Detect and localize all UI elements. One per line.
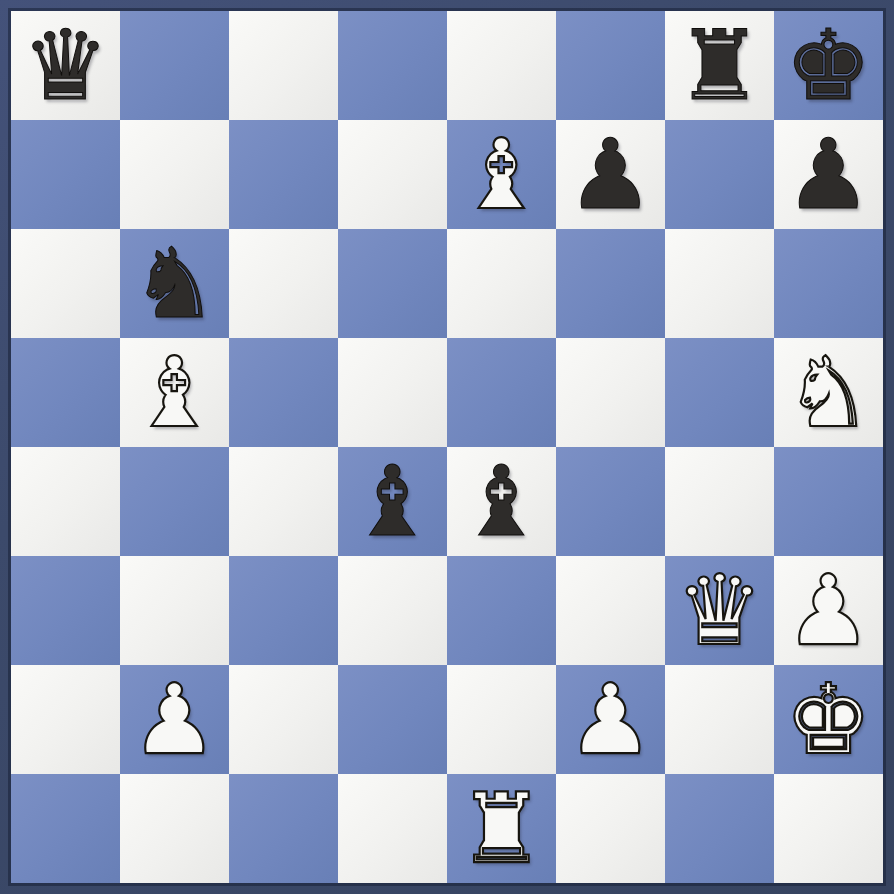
square-g1[interactable]	[665, 774, 774, 883]
square-h1[interactable]	[774, 774, 883, 883]
square-b6[interactable]: ♞	[120, 229, 229, 338]
square-c2[interactable]	[229, 665, 338, 774]
square-h8[interactable]: ♚	[774, 11, 883, 120]
square-b3[interactable]	[120, 556, 229, 665]
square-e6[interactable]	[447, 229, 556, 338]
square-c4[interactable]	[229, 447, 338, 556]
square-d3[interactable]	[338, 556, 447, 665]
square-b8[interactable]	[120, 11, 229, 120]
square-g7[interactable]	[665, 120, 774, 229]
square-d4[interactable]: ♝	[338, 447, 447, 556]
square-d1[interactable]	[338, 774, 447, 883]
black-queen-piece[interactable]: ♛	[22, 11, 109, 120]
white-bishop-piece[interactable]: ♝	[458, 120, 545, 229]
square-g4[interactable]	[665, 447, 774, 556]
square-e5[interactable]	[447, 338, 556, 447]
white-pawn-piece[interactable]: ♟	[131, 665, 218, 774]
black-bishop-piece[interactable]: ♝	[458, 447, 545, 556]
square-d7[interactable]	[338, 120, 447, 229]
board-frame: ♛♜♚♝♟♟♞♝♞♝♝♛♟♟♟♚♜	[0, 0, 894, 894]
square-e4[interactable]: ♝	[447, 447, 556, 556]
square-a5[interactable]	[11, 338, 120, 447]
square-f4[interactable]	[556, 447, 665, 556]
square-h3[interactable]: ♟	[774, 556, 883, 665]
square-a7[interactable]	[11, 120, 120, 229]
square-h6[interactable]	[774, 229, 883, 338]
black-pawn-piece[interactable]: ♟	[567, 120, 654, 229]
white-bishop-piece[interactable]: ♝	[131, 338, 218, 447]
square-e3[interactable]	[447, 556, 556, 665]
square-f1[interactable]	[556, 774, 665, 883]
square-a8[interactable]: ♛	[11, 11, 120, 120]
square-e7[interactable]: ♝	[447, 120, 556, 229]
square-h4[interactable]	[774, 447, 883, 556]
square-f8[interactable]	[556, 11, 665, 120]
square-f5[interactable]	[556, 338, 665, 447]
square-f2[interactable]: ♟	[556, 665, 665, 774]
square-b4[interactable]	[120, 447, 229, 556]
square-g5[interactable]	[665, 338, 774, 447]
square-g6[interactable]	[665, 229, 774, 338]
square-b7[interactable]	[120, 120, 229, 229]
square-h2[interactable]: ♚	[774, 665, 883, 774]
white-pawn-piece[interactable]: ♟	[567, 665, 654, 774]
black-rook-piece[interactable]: ♜	[676, 11, 763, 120]
white-pawn-piece[interactable]: ♟	[785, 556, 872, 665]
square-c6[interactable]	[229, 229, 338, 338]
black-king-piece[interactable]: ♚	[785, 11, 872, 120]
square-h7[interactable]: ♟	[774, 120, 883, 229]
square-d5[interactable]	[338, 338, 447, 447]
square-a2[interactable]	[11, 665, 120, 774]
square-e8[interactable]	[447, 11, 556, 120]
square-a4[interactable]	[11, 447, 120, 556]
black-pawn-piece[interactable]: ♟	[785, 120, 872, 229]
square-c1[interactable]	[229, 774, 338, 883]
square-b5[interactable]: ♝	[120, 338, 229, 447]
white-rook-piece[interactable]: ♜	[458, 774, 545, 883]
square-g8[interactable]: ♜	[665, 11, 774, 120]
square-c8[interactable]	[229, 11, 338, 120]
square-a1[interactable]	[11, 774, 120, 883]
square-c5[interactable]	[229, 338, 338, 447]
square-e2[interactable]	[447, 665, 556, 774]
square-b1[interactable]	[120, 774, 229, 883]
white-queen-piece[interactable]: ♛	[676, 556, 763, 665]
chess-board: ♛♜♚♝♟♟♞♝♞♝♝♛♟♟♟♚♜	[11, 11, 883, 883]
square-c7[interactable]	[229, 120, 338, 229]
black-knight-piece[interactable]: ♞	[131, 229, 218, 338]
square-g3[interactable]: ♛	[665, 556, 774, 665]
square-d6[interactable]	[338, 229, 447, 338]
square-c3[interactable]	[229, 556, 338, 665]
square-f6[interactable]	[556, 229, 665, 338]
square-a3[interactable]	[11, 556, 120, 665]
white-knight-piece[interactable]: ♞	[785, 338, 872, 447]
black-bishop-piece[interactable]: ♝	[349, 447, 436, 556]
square-a6[interactable]	[11, 229, 120, 338]
square-e1[interactable]: ♜	[447, 774, 556, 883]
square-b2[interactable]: ♟	[120, 665, 229, 774]
white-king-piece[interactable]: ♚	[785, 665, 872, 774]
square-d2[interactable]	[338, 665, 447, 774]
square-g2[interactable]	[665, 665, 774, 774]
square-d8[interactable]	[338, 11, 447, 120]
square-f3[interactable]	[556, 556, 665, 665]
square-h5[interactable]: ♞	[774, 338, 883, 447]
square-f7[interactable]: ♟	[556, 120, 665, 229]
